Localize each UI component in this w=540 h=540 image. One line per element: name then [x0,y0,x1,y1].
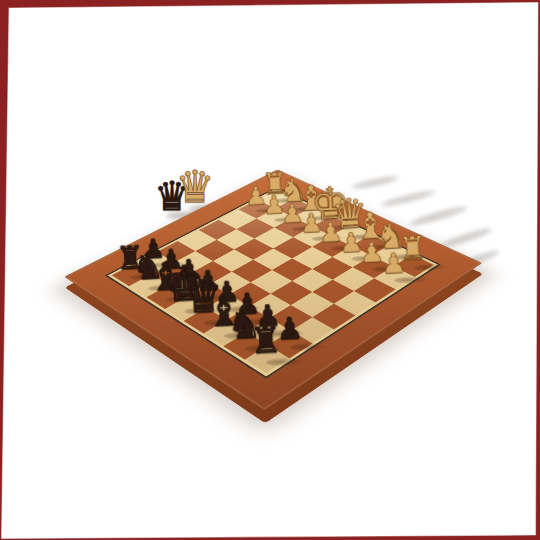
scene: ♜♞♝♚♛♝♞♜♟♟♟♟♟♟♟♟♟♟♟♟♟♟♟♟♜♞♝♚♛♝♞♜ [0,0,540,540]
chess-board: ♜♞♝♚♛♝♞♜♟♟♟♟♟♟♟♟♟♟♟♟♟♟♟♟♜♞♝♚♛♝♞♜ [64,169,482,410]
square-c3 [312,257,352,280]
white-pawn-glyph: ♟ [381,248,407,277]
playing-area: ♜♞♝♚♛♝♞♜♟♟♟♟♟♟♟♟♟♟♟♟♟♟♟♟♜♞♝♚♛♝♞♜ [105,187,441,379]
black-rook-glyph: ♜ [249,321,283,359]
board-frame: ♜♞♝♚♛♝♞♜♟♟♟♟♟♟♟♟♟♟♟♟♟♟♟♟♜♞♝♚♛♝♞♜ [64,169,482,410]
product-photo: ♛♛ ♜♞♝♚♛♝♞♜♟♟♟♟♟♟♟♟♟♟♟♟♟♟♟♟♜♞♝♚♛♝♞♜ [0,0,540,540]
